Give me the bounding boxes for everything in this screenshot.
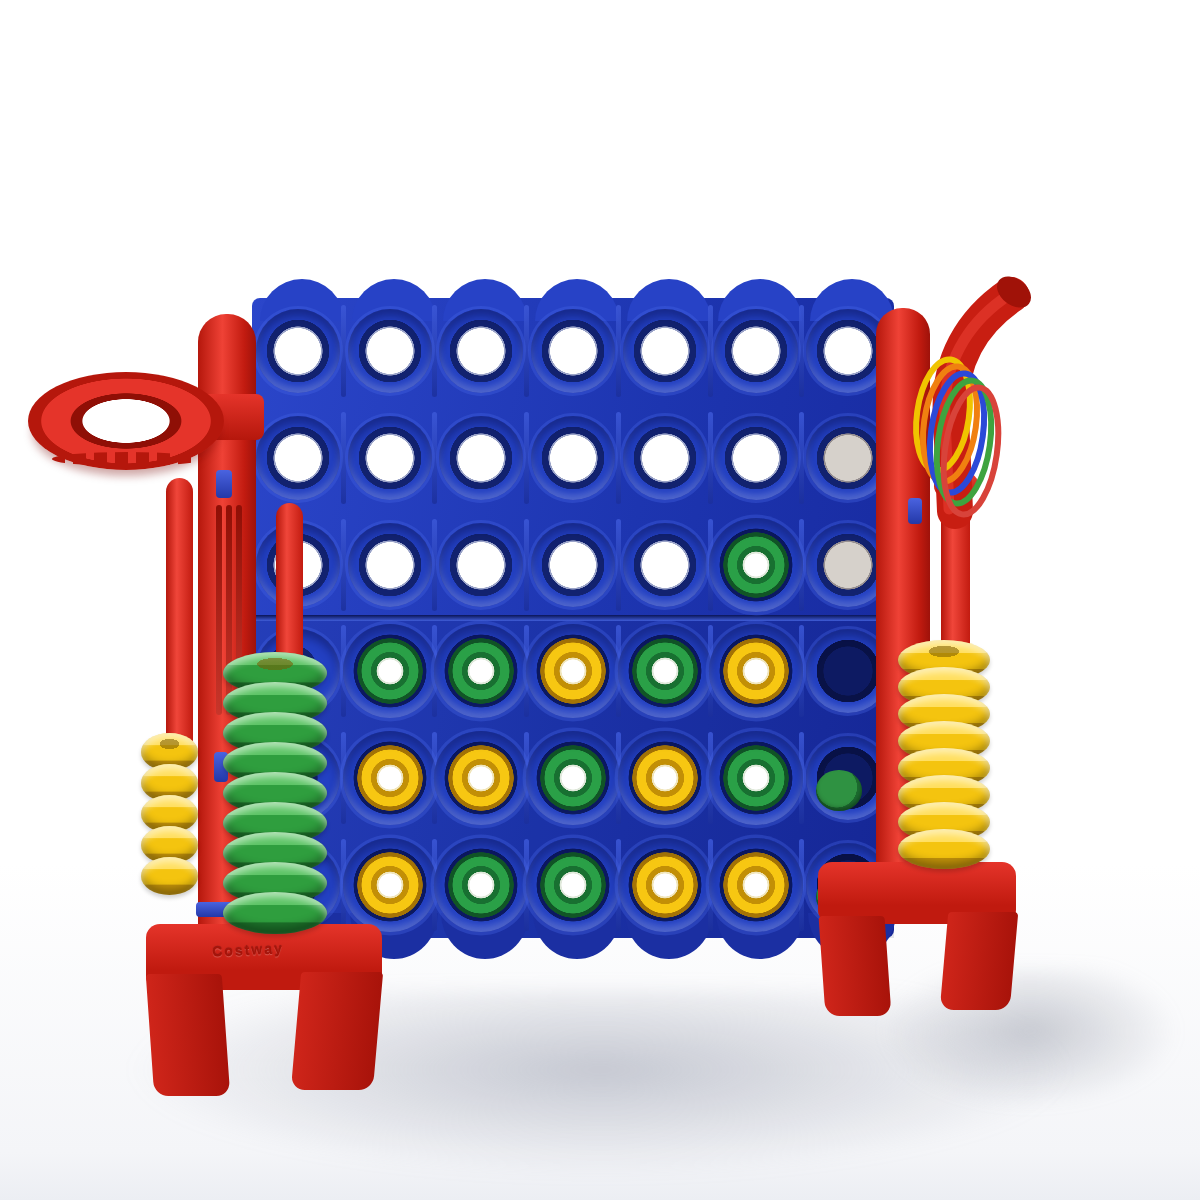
empty-hole xyxy=(531,523,615,607)
cell-r5c5[interactable] xyxy=(619,725,711,832)
empty-hole xyxy=(256,416,340,500)
ring-center-hole xyxy=(926,645,963,659)
frame-foot-right-front xyxy=(819,916,892,1016)
cell-r4c5[interactable] xyxy=(619,618,711,725)
board-grid xyxy=(252,298,894,938)
cell-r5c3[interactable] xyxy=(435,725,527,832)
connect-four-board xyxy=(252,298,894,938)
green-toss-ring xyxy=(223,892,327,934)
latch-clip-icon xyxy=(216,470,232,498)
frame-foot-left-front xyxy=(146,974,231,1096)
yellow-disc xyxy=(618,731,712,825)
cell-r6c4[interactable] xyxy=(527,831,619,938)
yellow-disc xyxy=(434,731,528,825)
hoop-teeth xyxy=(52,452,202,466)
empty-hole xyxy=(348,416,432,500)
empty-hole xyxy=(256,309,340,393)
cell-r2c2[interactable] xyxy=(344,405,436,512)
cell-r5c2[interactable] xyxy=(344,725,436,832)
yellow-toss-ring xyxy=(141,857,198,895)
cell-r1c2[interactable] xyxy=(344,298,436,405)
scene: Costway xyxy=(0,0,1200,1200)
cell-r1c3[interactable] xyxy=(435,298,527,405)
yellow-disc xyxy=(618,838,712,932)
boot-buckle-icon xyxy=(1062,884,1074,898)
green-disc xyxy=(709,731,803,825)
yellow-disc xyxy=(343,731,437,825)
empty-hole xyxy=(531,416,615,500)
cell-r3c3[interactable] xyxy=(435,511,527,618)
cell-r2c4[interactable] xyxy=(527,405,619,512)
cell-r4c2[interactable] xyxy=(344,618,436,725)
cell-r6c5[interactable] xyxy=(619,831,711,938)
empty-hole xyxy=(348,523,432,607)
empty-hole xyxy=(348,309,432,393)
cell-r2c5[interactable] xyxy=(619,405,711,512)
cell-r4c6[interactable] xyxy=(711,618,803,725)
ring-pole-left-back xyxy=(276,503,303,673)
child-skirt-pocket xyxy=(1080,612,1132,656)
child-floor-shadow xyxy=(880,968,1180,1108)
empty-hole xyxy=(439,523,523,607)
cell-r3c4[interactable] xyxy=(527,511,619,618)
ring-center-hole xyxy=(158,738,181,751)
cell-r2c1[interactable] xyxy=(252,405,344,512)
green-disc xyxy=(343,624,437,718)
frame-foot-left-rear xyxy=(291,972,383,1090)
empty-hole xyxy=(623,416,707,500)
cell-r3c5[interactable] xyxy=(619,511,711,618)
cell-r3c2[interactable] xyxy=(344,511,436,618)
post-groove xyxy=(216,505,222,715)
empty-hole xyxy=(531,309,615,393)
green-disc xyxy=(709,518,803,612)
green-disc xyxy=(526,838,620,932)
green-disc xyxy=(526,731,620,825)
cell-r1c6[interactable] xyxy=(711,298,803,405)
empty-hole xyxy=(714,416,798,500)
green-disc xyxy=(618,624,712,718)
cell-r6c2[interactable] xyxy=(344,831,436,938)
empty-hole xyxy=(714,309,798,393)
cell-r5c4[interactable] xyxy=(527,725,619,832)
empty-hole xyxy=(439,309,523,393)
yellow-disc xyxy=(526,624,620,718)
yellow-toss-ring xyxy=(898,829,990,869)
yellow-disc xyxy=(709,624,803,718)
cell-r6c3[interactable] xyxy=(435,831,527,938)
cell-r6c6[interactable] xyxy=(711,831,803,938)
yellow-disc xyxy=(709,838,803,932)
empty-hole xyxy=(439,416,523,500)
cell-r4c4[interactable] xyxy=(527,618,619,725)
cell-r1c4[interactable] xyxy=(527,298,619,405)
ring-toss-tube xyxy=(885,243,1055,513)
frame-foot-right-rear xyxy=(940,912,1019,1010)
ring-center-hole xyxy=(254,657,296,671)
cell-r3c6[interactable] xyxy=(711,511,803,618)
cell-r1c5[interactable] xyxy=(619,298,711,405)
boot-buckle-icon xyxy=(1062,908,1074,922)
cell-r1c1[interactable] xyxy=(252,298,344,405)
cell-r5c6[interactable] xyxy=(711,725,803,832)
green-disc xyxy=(434,838,528,932)
green-disc xyxy=(434,624,528,718)
cell-r4c3[interactable] xyxy=(435,618,527,725)
empty-hole xyxy=(623,309,707,393)
cell-r2c6[interactable] xyxy=(711,405,803,512)
ring-pole-left-front xyxy=(166,478,193,750)
cell-r2c3[interactable] xyxy=(435,405,527,512)
yellow-disc xyxy=(343,838,437,932)
empty-hole xyxy=(623,523,707,607)
